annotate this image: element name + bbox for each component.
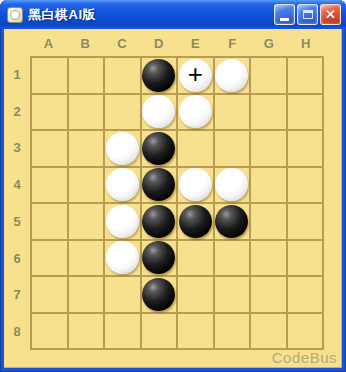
board-cell-B5[interactable] — [69, 204, 104, 239]
board-cell-G7[interactable] — [251, 277, 286, 312]
white-disc: ○ — [106, 241, 139, 274]
column-label-G: G — [251, 31, 288, 55]
white-disc: ○ — [106, 168, 139, 201]
board-cell-D5[interactable]: ● — [142, 204, 177, 239]
white-disc: ○ — [215, 168, 248, 201]
black-disc: ● — [142, 59, 175, 92]
board-cell-B8[interactable] — [69, 314, 104, 349]
board-cell-A5[interactable] — [32, 204, 67, 239]
board-cell-D2[interactable]: ○ — [142, 95, 177, 130]
board-cell-C8[interactable] — [105, 314, 140, 349]
board-cell-A7[interactable] — [32, 277, 67, 312]
board-cell-G6[interactable] — [251, 241, 286, 276]
board-cell-A4[interactable] — [32, 168, 67, 203]
board-cell-G8[interactable] — [251, 314, 286, 349]
black-disc: ● — [215, 205, 248, 238]
row-label-5: 5 — [4, 203, 30, 240]
black-disc: ● — [179, 205, 212, 238]
board-cell-C7[interactable] — [105, 277, 140, 312]
board-cell-H3[interactable] — [288, 131, 323, 166]
board-cell-F1[interactable]: ○ — [215, 58, 250, 93]
board-cell-F7[interactable] — [215, 277, 250, 312]
minimize-icon — [280, 18, 289, 21]
board-cell-H4[interactable] — [288, 168, 323, 203]
client-area: ABCDEFGH 12345678 ●○+○○○○●○●○○○●●●○●● Co… — [4, 29, 342, 368]
board-cell-G4[interactable] — [251, 168, 286, 203]
title-bar: 黑白棋AI版 ✕ — [0, 0, 346, 29]
board-cell-E1[interactable]: ○+ — [178, 58, 213, 93]
column-label-A: A — [30, 31, 67, 55]
board-cell-D7[interactable]: ● — [142, 277, 177, 312]
window-controls: ✕ — [274, 4, 341, 25]
black-disc: ● — [142, 278, 175, 311]
board-cell-E8[interactable] — [178, 314, 213, 349]
board-cell-H2[interactable] — [288, 95, 323, 130]
column-label-E: E — [177, 31, 214, 55]
board-cell-E5[interactable]: ● — [178, 204, 213, 239]
white-disc: ○+ — [179, 59, 212, 92]
board-cell-B2[interactable] — [69, 95, 104, 130]
board-cell-D1[interactable]: ● — [142, 58, 177, 93]
board-cell-H7[interactable] — [288, 277, 323, 312]
white-disc: ○ — [106, 132, 139, 165]
board-cell-F6[interactable] — [215, 241, 250, 276]
board-cell-B4[interactable] — [69, 168, 104, 203]
codebus-watermark: CodeBus — [272, 349, 337, 366]
row-label-6: 6 — [4, 240, 30, 277]
row-label-4: 4 — [4, 166, 30, 203]
app-window: 黑白棋AI版 ✕ ABCDEFGH 12345678 ●○+○○○○●○●○○○… — [0, 0, 346, 372]
column-label-D: D — [140, 31, 177, 55]
board-cell-B7[interactable] — [69, 277, 104, 312]
board-cell-G3[interactable] — [251, 131, 286, 166]
column-label-H: H — [287, 31, 324, 55]
window-title: 黑白棋AI版 — [28, 6, 274, 24]
board-cell-A1[interactable] — [32, 58, 67, 93]
white-disc: ○ — [106, 205, 139, 238]
column-labels: ABCDEFGH — [30, 31, 324, 55]
row-label-1: 1 — [4, 56, 30, 93]
close-button[interactable]: ✕ — [320, 4, 341, 25]
board-cell-D4[interactable]: ● — [142, 168, 177, 203]
board-cell-A2[interactable] — [32, 95, 67, 130]
board-cell-D6[interactable]: ● — [142, 241, 177, 276]
board-cell-E3[interactable] — [178, 131, 213, 166]
board-cell-E6[interactable] — [178, 241, 213, 276]
black-disc: ● — [142, 168, 175, 201]
white-disc: ○ — [142, 95, 175, 128]
maximize-button[interactable] — [297, 4, 318, 25]
row-label-8: 8 — [4, 313, 30, 350]
board-cell-F3[interactable] — [215, 131, 250, 166]
board-cell-G2[interactable] — [251, 95, 286, 130]
board-cell-A6[interactable] — [32, 241, 67, 276]
last-move-marker: + — [188, 61, 203, 87]
black-disc: ● — [142, 241, 175, 274]
board-cell-F2[interactable] — [215, 95, 250, 130]
board-cell-C5[interactable]: ○ — [105, 204, 140, 239]
board-cell-F5[interactable]: ● — [215, 204, 250, 239]
white-disc: ○ — [179, 168, 212, 201]
board-cell-E2[interactable]: ○ — [178, 95, 213, 130]
row-label-3: 3 — [4, 130, 30, 167]
white-disc: ○ — [215, 59, 248, 92]
maximize-icon — [303, 10, 313, 19]
othello-disc-icon — [10, 10, 20, 20]
othello-board: ●○+○○○○●○●○○○●●●○●● — [30, 56, 324, 350]
row-label-2: 2 — [4, 93, 30, 130]
row-label-7: 7 — [4, 277, 30, 314]
board-cell-F8[interactable] — [215, 314, 250, 349]
board-cell-H8[interactable] — [288, 314, 323, 349]
white-disc: ○ — [179, 95, 212, 128]
board-cell-C4[interactable]: ○ — [105, 168, 140, 203]
board-cell-A8[interactable] — [32, 314, 67, 349]
board-cell-B1[interactable] — [69, 58, 104, 93]
board-cell-G1[interactable] — [251, 58, 286, 93]
board-cell-B6[interactable] — [69, 241, 104, 276]
column-label-C: C — [104, 31, 141, 55]
black-disc: ● — [142, 205, 175, 238]
minimize-button[interactable] — [274, 4, 295, 25]
board-cell-A3[interactable] — [32, 131, 67, 166]
board-cell-C6[interactable]: ○ — [105, 241, 140, 276]
board-cell-C3[interactable]: ○ — [105, 131, 140, 166]
column-label-B: B — [67, 31, 104, 55]
board-cell-D8[interactable] — [142, 314, 177, 349]
board-cell-D3[interactable]: ● — [142, 131, 177, 166]
board-cell-H6[interactable] — [288, 241, 323, 276]
board-cell-C1[interactable] — [105, 58, 140, 93]
board-cell-C2[interactable] — [105, 95, 140, 130]
board-cell-G5[interactable] — [251, 204, 286, 239]
board-cell-H5[interactable] — [288, 204, 323, 239]
board-cell-H1[interactable] — [288, 58, 323, 93]
board-cell-E4[interactable]: ○ — [178, 168, 213, 203]
row-labels: 12345678 — [4, 56, 30, 350]
column-label-F: F — [214, 31, 251, 55]
board-cell-E7[interactable] — [178, 277, 213, 312]
board-cell-B3[interactable] — [69, 131, 104, 166]
black-disc: ● — [142, 132, 175, 165]
app-icon[interactable] — [7, 7, 23, 23]
board-cell-F4[interactable]: ○ — [215, 168, 250, 203]
